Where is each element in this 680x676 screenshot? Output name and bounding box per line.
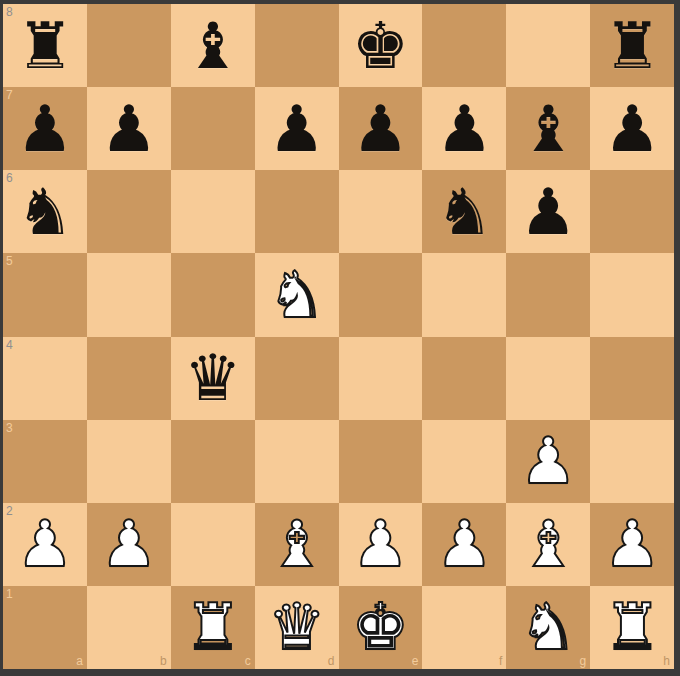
- piece-black-pawn[interactable]: ♟: [268, 97, 325, 161]
- square-b3[interactable]: [87, 420, 171, 503]
- piece-white-rook[interactable]: ♜: [184, 595, 241, 659]
- square-h6[interactable]: [590, 170, 674, 253]
- square-g7[interactable]: ♝: [506, 87, 590, 170]
- rank-label-2: 2: [6, 505, 13, 517]
- piece-black-knight[interactable]: ♞: [436, 180, 493, 244]
- square-a1[interactable]: 1a: [3, 586, 87, 669]
- square-e7[interactable]: ♟: [339, 87, 423, 170]
- rank-label-8: 8: [6, 6, 13, 18]
- square-b6[interactable]: [87, 170, 171, 253]
- piece-white-queen[interactable]: ♛: [268, 595, 325, 659]
- square-b4[interactable]: [87, 337, 171, 420]
- square-f8[interactable]: [422, 4, 506, 87]
- rank-label-5: 5: [6, 255, 13, 267]
- rank-label-3: 3: [6, 422, 13, 434]
- piece-black-queen[interactable]: ♛: [184, 346, 241, 410]
- square-f4[interactable]: [422, 337, 506, 420]
- square-d7[interactable]: ♟: [255, 87, 339, 170]
- square-h8[interactable]: ♜: [590, 4, 674, 87]
- square-f3[interactable]: [422, 420, 506, 503]
- square-g4[interactable]: [506, 337, 590, 420]
- piece-black-pawn[interactable]: ♟: [352, 97, 409, 161]
- piece-white-pawn[interactable]: ♟: [520, 429, 577, 493]
- piece-white-pawn[interactable]: ♟: [100, 512, 157, 576]
- square-c1[interactable]: c♜: [171, 586, 255, 669]
- piece-black-pawn[interactable]: ♟: [16, 97, 73, 161]
- square-c5[interactable]: [171, 253, 255, 336]
- piece-black-king[interactable]: ♚: [352, 14, 409, 78]
- piece-black-pawn[interactable]: ♟: [436, 97, 493, 161]
- square-d6[interactable]: [255, 170, 339, 253]
- square-a6[interactable]: 6♞: [3, 170, 87, 253]
- piece-white-knight[interactable]: ♞: [520, 595, 577, 659]
- piece-black-knight[interactable]: ♞: [16, 180, 73, 244]
- piece-white-knight[interactable]: ♞: [268, 263, 325, 327]
- square-f6[interactable]: ♞: [422, 170, 506, 253]
- square-f2[interactable]: ♟: [422, 503, 506, 586]
- board-frame: 8♜♝♚♜7♟♟♟♟♟♝♟6♞♞♟5♞4♛3♟2♟♟♝♟♟♝♟1abc♜d♛e♚…: [0, 0, 680, 676]
- square-a4[interactable]: 4: [3, 337, 87, 420]
- square-d2[interactable]: ♝: [255, 503, 339, 586]
- square-a8[interactable]: 8♜: [3, 4, 87, 87]
- piece-black-bishop[interactable]: ♝: [184, 14, 241, 78]
- piece-white-bishop[interactable]: ♝: [268, 512, 325, 576]
- square-e2[interactable]: ♟: [339, 503, 423, 586]
- piece-black-rook[interactable]: ♜: [603, 14, 660, 78]
- square-a2[interactable]: 2♟: [3, 503, 87, 586]
- square-c4[interactable]: ♛: [171, 337, 255, 420]
- square-h2[interactable]: ♟: [590, 503, 674, 586]
- rank-label-7: 7: [6, 89, 13, 101]
- square-f5[interactable]: [422, 253, 506, 336]
- piece-black-pawn[interactable]: ♟: [100, 97, 157, 161]
- file-label-a: a: [76, 655, 83, 667]
- square-b1[interactable]: b: [87, 586, 171, 669]
- square-e1[interactable]: e♚: [339, 586, 423, 669]
- square-h1[interactable]: h♜: [590, 586, 674, 669]
- square-c6[interactable]: [171, 170, 255, 253]
- square-f1[interactable]: f: [422, 586, 506, 669]
- square-d8[interactable]: [255, 4, 339, 87]
- rank-label-4: 4: [6, 339, 13, 351]
- square-e8[interactable]: ♚: [339, 4, 423, 87]
- piece-white-pawn[interactable]: ♟: [16, 512, 73, 576]
- square-c7[interactable]: [171, 87, 255, 170]
- piece-black-pawn[interactable]: ♟: [520, 180, 577, 244]
- file-label-f: f: [499, 655, 502, 667]
- square-f7[interactable]: ♟: [422, 87, 506, 170]
- square-d4[interactable]: [255, 337, 339, 420]
- piece-white-pawn[interactable]: ♟: [436, 512, 493, 576]
- file-label-b: b: [160, 655, 167, 667]
- square-a7[interactable]: 7♟: [3, 87, 87, 170]
- square-d5[interactable]: ♞: [255, 253, 339, 336]
- square-e6[interactable]: [339, 170, 423, 253]
- square-b7[interactable]: ♟: [87, 87, 171, 170]
- square-g5[interactable]: [506, 253, 590, 336]
- square-d3[interactable]: [255, 420, 339, 503]
- square-e4[interactable]: [339, 337, 423, 420]
- rank-label-6: 6: [6, 172, 13, 184]
- piece-white-pawn[interactable]: ♟: [603, 512, 660, 576]
- square-e3[interactable]: [339, 420, 423, 503]
- square-g3[interactable]: ♟: [506, 420, 590, 503]
- rank-label-1: 1: [6, 588, 13, 600]
- piece-white-bishop[interactable]: ♝: [520, 512, 577, 576]
- square-a3[interactable]: 3: [3, 420, 87, 503]
- piece-black-rook[interactable]: ♜: [16, 14, 73, 78]
- piece-white-rook[interactable]: ♜: [603, 595, 660, 659]
- piece-white-king[interactable]: ♚: [352, 595, 409, 659]
- square-e5[interactable]: [339, 253, 423, 336]
- piece-white-pawn[interactable]: ♟: [352, 512, 409, 576]
- square-a5[interactable]: 5: [3, 253, 87, 336]
- square-b8[interactable]: [87, 4, 171, 87]
- file-label-e: e: [412, 655, 419, 667]
- square-c8[interactable]: ♝: [171, 4, 255, 87]
- file-label-d: d: [328, 655, 335, 667]
- piece-black-bishop[interactable]: ♝: [520, 97, 577, 161]
- square-h4[interactable]: [590, 337, 674, 420]
- square-d1[interactable]: d♛: [255, 586, 339, 669]
- square-h3[interactable]: [590, 420, 674, 503]
- square-g6[interactable]: ♟: [506, 170, 590, 253]
- square-c2[interactable]: [171, 503, 255, 586]
- file-label-c: c: [245, 655, 251, 667]
- square-b5[interactable]: [87, 253, 171, 336]
- piece-black-pawn[interactable]: ♟: [603, 97, 660, 161]
- square-g8[interactable]: [506, 4, 590, 87]
- square-b2[interactable]: ♟: [87, 503, 171, 586]
- file-label-g: g: [579, 655, 586, 667]
- square-h5[interactable]: [590, 253, 674, 336]
- chess-board: 8♜♝♚♜7♟♟♟♟♟♝♟6♞♞♟5♞4♛3♟2♟♟♝♟♟♝♟1abc♜d♛e♚…: [3, 4, 674, 669]
- square-h7[interactable]: ♟: [590, 87, 674, 170]
- square-g1[interactable]: g♞: [506, 586, 590, 669]
- square-c3[interactable]: [171, 420, 255, 503]
- file-label-h: h: [663, 655, 670, 667]
- square-g2[interactable]: ♝: [506, 503, 590, 586]
